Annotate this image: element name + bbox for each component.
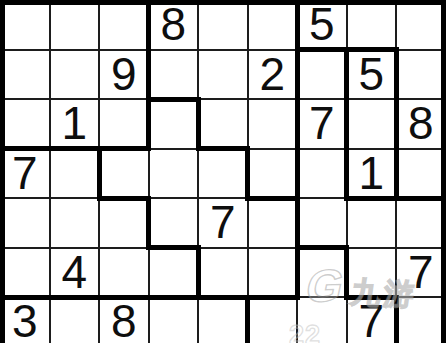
cell-r4c6[interactable] [248, 149, 298, 199]
cell-r7c1[interactable]: 3 [0, 297, 50, 343]
cell-r2c2[interactable] [50, 50, 100, 100]
cell-r1c9[interactable] [396, 0, 446, 50]
cell-r3c4[interactable] [149, 99, 199, 149]
cell-r7c6[interactable] [248, 297, 298, 343]
cell-r4c5[interactable] [198, 149, 248, 199]
cell-r7c5[interactable] [198, 297, 248, 343]
cell-r4c1[interactable]: 7 [0, 149, 50, 199]
cell-r3c7[interactable]: 7 [297, 99, 347, 149]
cell-r2c3[interactable]: 9 [99, 50, 149, 100]
cell-r1c3[interactable] [99, 0, 149, 50]
cell-r4c3[interactable] [99, 149, 149, 199]
puzzle-screenshot: 8592517871747387 G 九游 22 [0, 0, 446, 343]
cell-r5c3[interactable] [99, 198, 149, 248]
cell-r3c3[interactable] [99, 99, 149, 149]
cell-r3c9[interactable]: 8 [396, 99, 446, 149]
cell-r1c5[interactable] [198, 0, 248, 50]
cell-r6c1[interactable] [0, 248, 50, 298]
cell-r2c7[interactable] [297, 50, 347, 100]
cell-r6c7[interactable] [297, 248, 347, 298]
cell-r5c7[interactable] [297, 198, 347, 248]
cell-r2c4[interactable] [149, 50, 199, 100]
cell-r3c5[interactable] [198, 99, 248, 149]
cell-r7c8[interactable]: 7 [347, 297, 397, 343]
cell-r3c1[interactable] [0, 99, 50, 149]
cell-r7c9[interactable] [396, 297, 446, 343]
cell-r1c1[interactable] [0, 0, 50, 50]
cell-r7c4[interactable] [149, 297, 199, 343]
cell-r3c6[interactable] [248, 99, 298, 149]
cell-r5c4[interactable] [149, 198, 199, 248]
cell-r2c9[interactable] [396, 50, 446, 100]
cell-r6c5[interactable] [198, 248, 248, 298]
cell-r5c2[interactable] [50, 198, 100, 248]
cell-r1c8[interactable] [347, 0, 397, 50]
cell-r4c4[interactable] [149, 149, 199, 199]
cell-r5c8[interactable] [347, 198, 397, 248]
cell-r5c5[interactable]: 7 [198, 198, 248, 248]
cell-r3c2[interactable]: 1 [50, 99, 100, 149]
cell-r2c6[interactable]: 2 [248, 50, 298, 100]
cell-r3c8[interactable] [347, 99, 397, 149]
cell-r2c8[interactable]: 5 [347, 50, 397, 100]
cell-r1c4[interactable]: 8 [149, 0, 199, 50]
cell-r4c2[interactable] [50, 149, 100, 199]
cell-r4c8[interactable]: 1 [347, 149, 397, 199]
cell-r6c6[interactable] [248, 248, 298, 298]
cell-r2c1[interactable] [0, 50, 50, 100]
cell-r6c3[interactable] [99, 248, 149, 298]
cell-r6c8[interactable] [347, 248, 397, 298]
cell-r7c7[interactable] [297, 297, 347, 343]
cell-r7c3[interactable]: 8 [99, 297, 149, 343]
cell-r6c2[interactable]: 4 [50, 248, 100, 298]
cell-r7c2[interactable] [50, 297, 100, 343]
cell-r5c9[interactable] [396, 198, 446, 248]
cell-r1c2[interactable] [50, 0, 100, 50]
cell-r1c7[interactable]: 5 [297, 0, 347, 50]
cell-r2c5[interactable] [198, 50, 248, 100]
cell-r6c9[interactable]: 7 [396, 248, 446, 298]
cell-r4c7[interactable] [297, 149, 347, 199]
cell-r4c9[interactable] [396, 149, 446, 199]
cell-r5c6[interactable] [248, 198, 298, 248]
cell-r1c6[interactable] [248, 0, 298, 50]
sudoku-board: 8592517871747387 [0, 0, 446, 343]
cell-r5c1[interactable] [0, 198, 50, 248]
cell-r6c4[interactable] [149, 248, 199, 298]
